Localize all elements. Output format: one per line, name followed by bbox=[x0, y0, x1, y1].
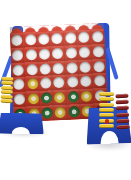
stacked-ring bbox=[99, 103, 114, 107]
empty-hole bbox=[52, 48, 63, 59]
board-cell bbox=[91, 29, 105, 44]
stacked-ring bbox=[116, 125, 129, 129]
board-cell bbox=[91, 44, 105, 59]
board-cell bbox=[52, 60, 66, 75]
disc-green bbox=[68, 106, 79, 117]
stacked-ring bbox=[116, 106, 129, 110]
board-cell bbox=[53, 90, 67, 105]
board-cell bbox=[38, 61, 52, 76]
board-cell bbox=[52, 75, 66, 90]
board-cell bbox=[23, 32, 37, 47]
board-cell bbox=[12, 77, 26, 92]
board-cell bbox=[54, 105, 68, 120]
board-cell bbox=[51, 46, 65, 61]
disc-yellow bbox=[27, 78, 38, 89]
stacked-ring bbox=[116, 100, 129, 104]
board-cell bbox=[10, 33, 24, 48]
board-cell bbox=[50, 31, 64, 46]
right-red-stack bbox=[115, 94, 129, 129]
empty-hole bbox=[92, 46, 103, 57]
empty-hole bbox=[25, 49, 36, 60]
empty-hole bbox=[80, 61, 91, 72]
product-photo-giant-connect-four bbox=[0, 0, 131, 180]
stacked-ring bbox=[99, 113, 114, 117]
empty-hole bbox=[53, 62, 64, 73]
board-cell bbox=[80, 89, 94, 104]
stacked-ring bbox=[115, 94, 128, 98]
empty-hole bbox=[39, 63, 50, 74]
stacked-ring bbox=[99, 124, 114, 128]
board-cell bbox=[11, 62, 25, 77]
stacked-ring bbox=[99, 92, 114, 96]
board-cell bbox=[78, 59, 92, 74]
board-cell bbox=[26, 91, 40, 106]
board-cell bbox=[79, 74, 93, 89]
empty-hole bbox=[25, 34, 36, 45]
disc-yellow bbox=[54, 92, 65, 103]
base-foot-left bbox=[0, 113, 44, 135]
board-cell bbox=[93, 73, 107, 88]
foot-arch-cutout bbox=[100, 131, 119, 156]
disc-green bbox=[42, 107, 53, 118]
empty-hole bbox=[13, 64, 24, 75]
board-cell bbox=[78, 44, 92, 59]
board-cell bbox=[77, 30, 91, 45]
disc-green bbox=[68, 91, 79, 102]
empty-hole bbox=[92, 31, 103, 42]
stacked-ring bbox=[116, 112, 129, 116]
board-cell bbox=[11, 47, 25, 62]
board-cell bbox=[67, 104, 81, 119]
stacked-ring bbox=[116, 119, 129, 123]
board-cell bbox=[39, 76, 53, 91]
empty-hole bbox=[13, 79, 24, 90]
board-cell bbox=[64, 45, 78, 60]
left-yellow-stack bbox=[1, 77, 14, 103]
empty-hole bbox=[66, 47, 77, 58]
disc-yellow bbox=[55, 107, 66, 118]
empty-hole bbox=[52, 33, 63, 44]
empty-hole bbox=[38, 33, 49, 44]
empty-hole bbox=[39, 48, 50, 59]
empty-hole bbox=[26, 64, 37, 75]
empty-hole bbox=[79, 46, 90, 57]
board-cell bbox=[66, 75, 80, 90]
disc-green bbox=[41, 93, 52, 104]
board-cell bbox=[38, 46, 52, 61]
board-cell bbox=[25, 62, 39, 77]
empty-hole bbox=[94, 75, 105, 86]
board-cell bbox=[37, 31, 51, 46]
empty-hole bbox=[40, 78, 51, 89]
stacked-ring bbox=[1, 90, 13, 94]
disc-yellow bbox=[81, 91, 92, 102]
empty-hole bbox=[14, 94, 25, 105]
empty-hole bbox=[66, 62, 77, 73]
empty-hole bbox=[78, 31, 89, 42]
board-cell bbox=[92, 59, 106, 74]
board-cell bbox=[66, 89, 80, 104]
board-cell bbox=[24, 47, 38, 62]
foot-arch-cutout bbox=[12, 126, 31, 140]
empty-hole bbox=[80, 76, 91, 87]
empty-hole bbox=[67, 77, 78, 88]
stacked-ring bbox=[99, 108, 114, 112]
empty-hole bbox=[12, 49, 23, 60]
stacked-ring bbox=[99, 97, 114, 101]
board-cell bbox=[65, 60, 79, 75]
stacked-ring bbox=[1, 99, 13, 103]
board-cell bbox=[40, 91, 54, 106]
empty-hole bbox=[54, 77, 65, 88]
board-cell bbox=[13, 92, 27, 107]
empty-hole bbox=[11, 35, 22, 46]
disc-yellow bbox=[27, 93, 38, 104]
board-cell bbox=[64, 30, 78, 45]
board-cell bbox=[25, 76, 39, 91]
board-cell bbox=[40, 105, 54, 120]
empty-hole bbox=[93, 60, 104, 71]
release-knob bbox=[105, 119, 109, 124]
empty-hole bbox=[65, 32, 76, 43]
